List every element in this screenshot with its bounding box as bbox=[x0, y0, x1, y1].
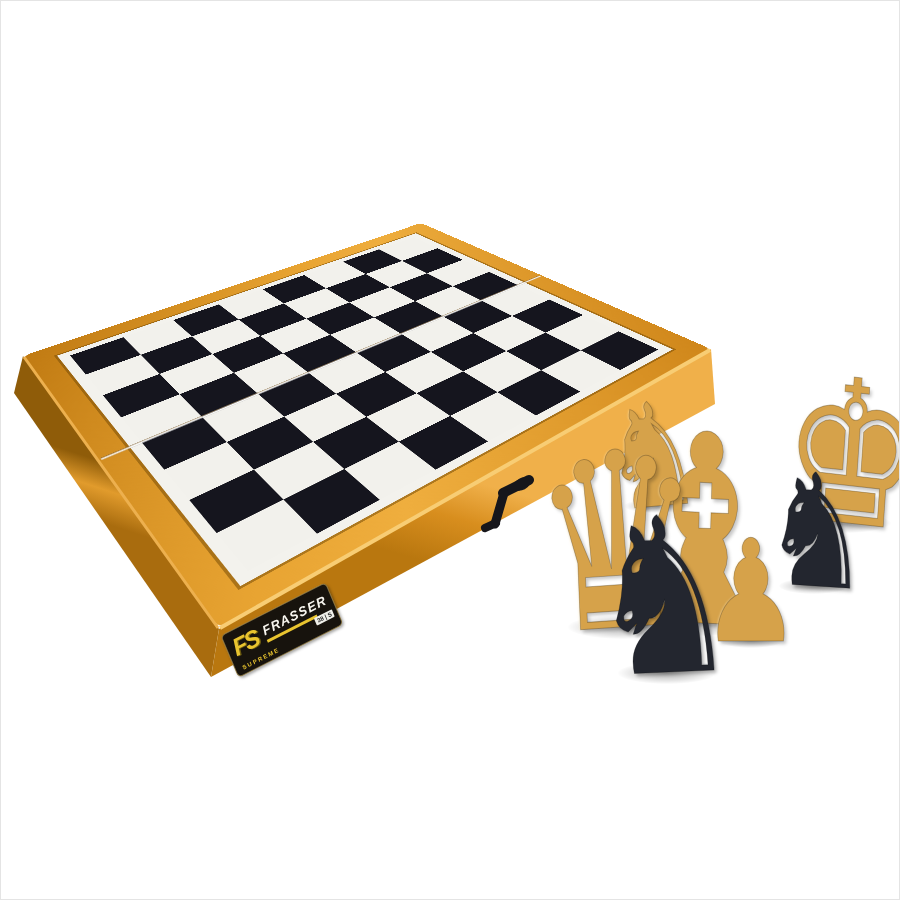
product-photo: FS SUPREME FRASSER 38 | S ♞♛♝♞♟♚♞ bbox=[0, 0, 900, 900]
piece-black-knight-front: ♞ bbox=[586, 487, 743, 710]
piece-black-knight-right: ♞ bbox=[760, 451, 875, 614]
clasp-latch-icon bbox=[485, 474, 533, 528]
